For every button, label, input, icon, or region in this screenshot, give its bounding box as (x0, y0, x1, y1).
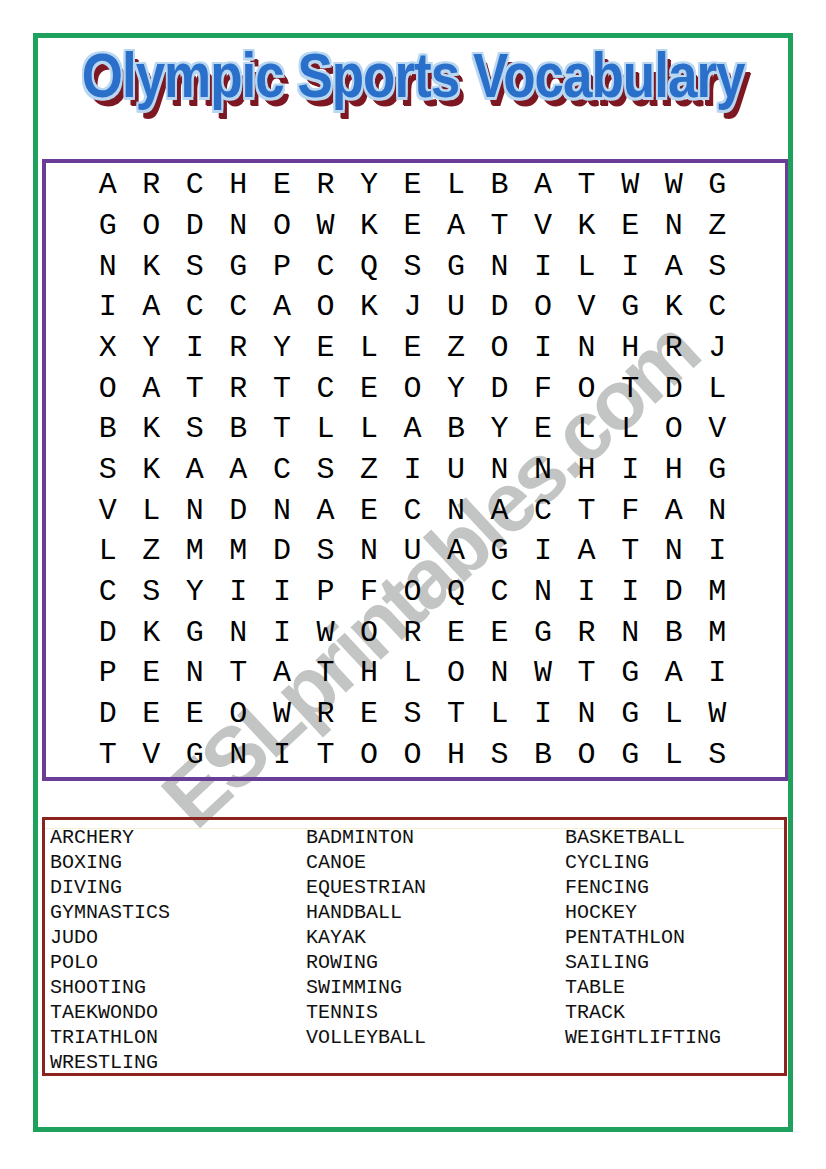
word-item: SHOOTING (50, 975, 306, 1000)
grid-cell-r6c14: D (652, 368, 696, 409)
grid-cell-r15c10: S (478, 734, 522, 775)
grid-cell-r1c12: T (565, 165, 609, 206)
grid-cell-r3c10: N (478, 246, 522, 287)
grid-cell-r12c6: W (304, 612, 348, 653)
grid-cell-r3c4: G (217, 246, 261, 287)
grid-cell-r7c11: E (521, 409, 565, 450)
grid-cell-r1c1: A (86, 165, 130, 206)
grid-cell-r14c11: I (521, 694, 565, 735)
grid-cell-r8c9: U (434, 450, 478, 491)
grid-cell-r7c7: L (347, 409, 391, 450)
word-item: TABLE (565, 975, 784, 1000)
grid-cell-r2c14: N (652, 206, 696, 247)
grid-cell-r6c1: O (86, 368, 130, 409)
grid-cell-r7c8: A (391, 409, 435, 450)
grid-cell-r8c8: I (391, 450, 435, 491)
word-item: CANOE (306, 850, 565, 875)
word-item: TENNIS (306, 1000, 565, 1025)
grid-cell-r9c10: A (478, 490, 522, 531)
word-item: WEIGHTLIFTING (565, 1025, 784, 1050)
grid-cell-r11c6: P (304, 572, 348, 613)
grid-cell-r6c3: T (173, 368, 217, 409)
grid-cell-r10c3: M (173, 531, 217, 572)
grid-cell-r1c10: B (478, 165, 522, 206)
grid-cell-r13c12: T (565, 653, 609, 694)
grid-cell-r1c11: A (521, 165, 565, 206)
grid-cell-r5c5: Y (260, 328, 304, 369)
grid-cell-r7c5: T (260, 409, 304, 450)
grid-cell-r10c8: U (391, 531, 435, 572)
grid-cell-r13c10: N (478, 653, 522, 694)
word-item: TRIATHLON (50, 1025, 306, 1050)
grid-cell-r5c9: Z (434, 328, 478, 369)
grid-cell-r4c6: O (304, 287, 348, 328)
grid-cell-r12c9: E (434, 612, 478, 653)
worksheet-page: ESLprintables.com Olympic Sports Vocabul… (0, 0, 826, 1169)
word-item: ROWING (306, 950, 565, 975)
word-item: ARCHERY (50, 825, 306, 850)
word-search-grid: ARCHERYELBATWWGGODNOWKEATVKENZNKSGPCQSGN… (42, 159, 789, 781)
grid-cell-r10c5: D (260, 531, 304, 572)
grid-cell-r7c3: S (173, 409, 217, 450)
word-item: BASKETBALL (565, 825, 784, 850)
grid-cell-r6c4: R (217, 368, 261, 409)
grid-cell-r10c11: I (521, 531, 565, 572)
grid-cell-r7c13: L (608, 409, 652, 450)
grid-cell-r11c8: O (391, 572, 435, 613)
grid-cell-r2c7: K (347, 206, 391, 247)
grid-cell-r1c5: E (260, 165, 304, 206)
grid-cell-r11c11: N (521, 572, 565, 613)
word-item: SWIMMING (306, 975, 565, 1000)
grid-cell-r11c3: Y (173, 572, 217, 613)
grid-cell-r2c6: W (304, 206, 348, 247)
grid-cell-r5c11: I (521, 328, 565, 369)
word-item: HANDBALL (306, 900, 565, 925)
grid-cell-r2c2: O (130, 206, 174, 247)
grid-cell-r3c12: L (565, 246, 609, 287)
word-item: PENTATHLON (565, 925, 784, 950)
word-list-box: ARCHERYBOXINGDIVINGGYMNASTICSJUDOPOLOSHO… (42, 817, 787, 1076)
word-item: GYMNASTICS (50, 900, 306, 925)
grid-cell-r13c5: A (260, 653, 304, 694)
grid-cell-r8c13: I (608, 450, 652, 491)
grid-cell-r11c7: F (347, 572, 391, 613)
grid-cell-r13c6: T (304, 653, 348, 694)
grid-cell-r11c10: C (478, 572, 522, 613)
grid-cell-r10c7: N (347, 531, 391, 572)
grid-cell-r1c14: W (652, 165, 696, 206)
grid-cell-r2c13: E (608, 206, 652, 247)
grid-cell-r10c13: T (608, 531, 652, 572)
grid-cell-r13c2: E (130, 653, 174, 694)
grid-cell-r11c1: C (86, 572, 130, 613)
title-wrap: Olympic Sports Vocabulary (0, 44, 826, 106)
grid-cell-r3c1: N (86, 246, 130, 287)
grid-cell-r7c9: B (434, 409, 478, 450)
grid-cell-r15c7: O (347, 734, 391, 775)
grid-cell-r15c3: G (173, 734, 217, 775)
grid-cell-r1c15: G (695, 165, 739, 206)
grid-cell-r4c14: K (652, 287, 696, 328)
grid-cell-r15c9: H (434, 734, 478, 775)
word-item: KAYAK (306, 925, 565, 950)
grid-cell-r13c3: N (173, 653, 217, 694)
grid-cell-r2c1: G (86, 206, 130, 247)
grid-cell-r9c2: L (130, 490, 174, 531)
grid-cell-r9c1: V (86, 490, 130, 531)
grid-cell-r6c13: T (608, 368, 652, 409)
grid-cell-r4c15: C (695, 287, 739, 328)
grid-cell-r4c1: I (86, 287, 130, 328)
grid-cell-r8c15: G (695, 450, 739, 491)
grid-cell-r1c9: L (434, 165, 478, 206)
grid-cell-r8c14: H (652, 450, 696, 491)
grid-cell-r12c12: R (565, 612, 609, 653)
grid-cell-r14c12: N (565, 694, 609, 735)
grid-cell-r12c5: I (260, 612, 304, 653)
grid-cell-r8c10: N (478, 450, 522, 491)
word-item: FENCING (565, 875, 784, 900)
grid-cell-r9c7: E (347, 490, 391, 531)
word-list-column-3: BASKETBALLCYCLINGFENCINGHOCKEYPENTATHLON… (565, 825, 784, 1073)
grid-cell-r7c2: K (130, 409, 174, 450)
grid-cell-r3c5: P (260, 246, 304, 287)
grid-cell-r4c2: A (130, 287, 174, 328)
grid-cell-r6c9: Y (434, 368, 478, 409)
grid-cell-r10c10: G (478, 531, 522, 572)
grid-cell-r4c3: C (173, 287, 217, 328)
grid-cell-r4c9: U (434, 287, 478, 328)
grid-cell-r2c15: Z (695, 206, 739, 247)
grid-cell-r1c6: R (304, 165, 348, 206)
grid-cell-r12c14: B (652, 612, 696, 653)
grid-cell-r2c8: E (391, 206, 435, 247)
grid-cell-r2c11: V (521, 206, 565, 247)
grid-cell-r2c5: O (260, 206, 304, 247)
grid-cell-r5c1: X (86, 328, 130, 369)
grid-cell-r5c6: E (304, 328, 348, 369)
grid-cell-r12c2: K (130, 612, 174, 653)
grid-cell-r10c1: L (86, 531, 130, 572)
grid-cell-r13c8: L (391, 653, 435, 694)
grid-cell-r4c7: K (347, 287, 391, 328)
grid-cell-r1c7: Y (347, 165, 391, 206)
grid-cell-r13c14: A (652, 653, 696, 694)
grid-cell-r14c15: W (695, 694, 739, 735)
grid-cell-r15c5: I (260, 734, 304, 775)
grid-cell-r14c10: L (478, 694, 522, 735)
grid-cell-r12c1: D (86, 612, 130, 653)
grid-cell-r12c13: N (608, 612, 652, 653)
grid-cell-r8c7: Z (347, 450, 391, 491)
grid-cell-r7c10: Y (478, 409, 522, 450)
grid-cell-r9c15: N (695, 490, 739, 531)
grid-cell-r15c12: O (565, 734, 609, 775)
word-list-column-1: ARCHERYBOXINGDIVINGGYMNASTICSJUDOPOLOSHO… (50, 825, 306, 1073)
grid-cell-r1c2: R (130, 165, 174, 206)
grid-cell-r7c14: O (652, 409, 696, 450)
grid-cell-r15c14: L (652, 734, 696, 775)
word-item: EQUESTRIAN (306, 875, 565, 900)
grid-cell-r10c6: S (304, 531, 348, 572)
grid-cell-r6c11: F (521, 368, 565, 409)
grid-cell-r7c1: B (86, 409, 130, 450)
grid-cell-r13c15: I (695, 653, 739, 694)
grid-cell-r4c5: A (260, 287, 304, 328)
word-item: BOXING (50, 850, 306, 875)
grid-cell-r2c9: A (434, 206, 478, 247)
grid-cell-r4c11: O (521, 287, 565, 328)
word-item: SAILING (565, 950, 784, 975)
grid-cell-r9c13: F (608, 490, 652, 531)
grid-cell-r10c12: A (565, 531, 609, 572)
grid-cell-r14c9: T (434, 694, 478, 735)
grid-cell-r7c4: B (217, 409, 261, 450)
grid-cell-r11c14: D (652, 572, 696, 613)
grid-cell-r6c2: A (130, 368, 174, 409)
grid-cell-r12c3: G (173, 612, 217, 653)
grid-cell-r14c6: R (304, 694, 348, 735)
grid-cell-r6c5: T (260, 368, 304, 409)
grid-cell-r6c10: D (478, 368, 522, 409)
word-list-column-2: BADMINTONCANOEEQUESTRIANHANDBALLKAYAKROW… (306, 825, 565, 1073)
grid-cell-r1c4: H (217, 165, 261, 206)
grid-cell-r15c11: B (521, 734, 565, 775)
word-item: WRESTLING (50, 1050, 306, 1075)
grid-cell-r6c7: E (347, 368, 391, 409)
grid-cell-r9c14: A (652, 490, 696, 531)
grid-cell-r11c12: I (565, 572, 609, 613)
grid-cell-r10c15: I (695, 531, 739, 572)
grid-cell-r6c6: C (304, 368, 348, 409)
grid-cell-r5c7: L (347, 328, 391, 369)
grid-cell-r13c4: T (217, 653, 261, 694)
grid-cell-r13c1: P (86, 653, 130, 694)
page-title: Olympic Sports Vocabulary (82, 38, 745, 111)
grid-cell-r14c14: L (652, 694, 696, 735)
grid-cell-r9c3: N (173, 490, 217, 531)
grid-cell-r1c13: W (608, 165, 652, 206)
grid-cell-r11c13: I (608, 572, 652, 613)
grid-cell-r4c4: C (217, 287, 261, 328)
grid-cell-r12c8: R (391, 612, 435, 653)
grid-cell-r9c11: C (521, 490, 565, 531)
grid-cell-r14c4: O (217, 694, 261, 735)
grid-cell-r12c15: M (695, 612, 739, 653)
grid-cell-r8c4: A (217, 450, 261, 491)
word-item: JUDO (50, 925, 306, 950)
grid-cell-r5c2: Y (130, 328, 174, 369)
grid-cell-r5c15: J (695, 328, 739, 369)
grid-cell-r6c15: L (695, 368, 739, 409)
grid-cell-r6c12: O (565, 368, 609, 409)
grid-cell-r10c4: M (217, 531, 261, 572)
grid-cell-r12c10: E (478, 612, 522, 653)
grid-cell-r8c5: C (260, 450, 304, 491)
grid-cell-r11c15: M (695, 572, 739, 613)
grid-cell-r15c6: T (304, 734, 348, 775)
grid-cell-r11c9: Q (434, 572, 478, 613)
grid-cell-r8c12: H (565, 450, 609, 491)
word-item: DIVING (50, 875, 306, 900)
grid-cell-r10c2: Z (130, 531, 174, 572)
grid-cell-r5c4: R (217, 328, 261, 369)
grid-cell-r2c4: N (217, 206, 261, 247)
grid-cell-r5c8: E (391, 328, 435, 369)
grid-cell-r6c8: O (391, 368, 435, 409)
grid-cell-r9c9: N (434, 490, 478, 531)
grid-cell-r3c8: S (391, 246, 435, 287)
grid-cell-r13c13: G (608, 653, 652, 694)
grid-cell-r10c9: A (434, 531, 478, 572)
grid-cell-r15c2: V (130, 734, 174, 775)
grid-cell-r11c2: S (130, 572, 174, 613)
grid-cell-r4c8: J (391, 287, 435, 328)
grid-cell-r4c13: G (608, 287, 652, 328)
grid-cell-r11c4: I (217, 572, 261, 613)
word-item: HOCKEY (565, 900, 784, 925)
grid-cell-r9c4: D (217, 490, 261, 531)
grid-cell-r3c7: Q (347, 246, 391, 287)
grid-cell-r13c9: O (434, 653, 478, 694)
word-item: CYCLING (565, 850, 784, 875)
grid-cell-r8c1: S (86, 450, 130, 491)
grid-cell-r3c3: S (173, 246, 217, 287)
word-item: TAEKWONDO (50, 1000, 306, 1025)
grid-cell-r5c3: I (173, 328, 217, 369)
grid-cell-r9c12: T (565, 490, 609, 531)
grid-cell-r9c8: C (391, 490, 435, 531)
grid-cell-r2c12: K (565, 206, 609, 247)
grid-cell-r2c10: T (478, 206, 522, 247)
grid-cell-r3c14: A (652, 246, 696, 287)
grid-cell-r9c5: N (260, 490, 304, 531)
grid-cell-r12c4: N (217, 612, 261, 653)
grid-cell-r3c6: C (304, 246, 348, 287)
grid-cell-r14c2: E (130, 694, 174, 735)
grid-cell-r14c1: D (86, 694, 130, 735)
grid-cell-r3c9: G (434, 246, 478, 287)
grid-cell-r5c13: H (608, 328, 652, 369)
grid-cell-r7c12: L (565, 409, 609, 450)
grid-cell-r7c15: V (695, 409, 739, 450)
grid-cell-r14c5: W (260, 694, 304, 735)
grid-cell-r15c13: G (608, 734, 652, 775)
grid-cell-r11c5: I (260, 572, 304, 613)
grid-cell-r15c8: O (391, 734, 435, 775)
grid-cell-r3c2: K (130, 246, 174, 287)
grid-cell-r15c15: S (695, 734, 739, 775)
grid-cell-r14c3: E (173, 694, 217, 735)
grid-cell-r12c11: G (521, 612, 565, 653)
grid-cell-r13c11: W (521, 653, 565, 694)
grid-cell-r5c14: R (652, 328, 696, 369)
grid-cell-r12c7: O (347, 612, 391, 653)
grid-cell-r2c3: D (173, 206, 217, 247)
word-item: VOLLEYBALL (306, 1025, 565, 1050)
grid-cell-r15c4: N (217, 734, 261, 775)
grid-cell-r3c13: I (608, 246, 652, 287)
grid-cell-r14c7: E (347, 694, 391, 735)
grid-cell-r8c11: N (521, 450, 565, 491)
grid-cell-r10c14: N (652, 531, 696, 572)
grid-cell-r4c12: V (565, 287, 609, 328)
word-item: POLO (50, 950, 306, 975)
grid-cell-r14c8: S (391, 694, 435, 735)
grid-cell-r1c3: C (173, 165, 217, 206)
grid-cell-r14c13: G (608, 694, 652, 735)
grid-cell-r13c7: H (347, 653, 391, 694)
grid-cell-r8c6: S (304, 450, 348, 491)
grid-cell-r1c8: E (391, 165, 435, 206)
grid-cell-r15c1: T (86, 734, 130, 775)
grid-cell-r5c10: O (478, 328, 522, 369)
grid-cell-r8c2: K (130, 450, 174, 491)
grid-cell-r3c11: I (521, 246, 565, 287)
grid-cell-r3c15: S (695, 246, 739, 287)
word-item: BADMINTON (306, 825, 565, 850)
word-item: TRACK (565, 1000, 784, 1025)
grid-cell-r4c10: D (478, 287, 522, 328)
grid-cell-r5c12: N (565, 328, 609, 369)
grid-cell-r9c6: A (304, 490, 348, 531)
grid-cell-r8c3: A (173, 450, 217, 491)
grid-cell-r7c6: L (304, 409, 348, 450)
